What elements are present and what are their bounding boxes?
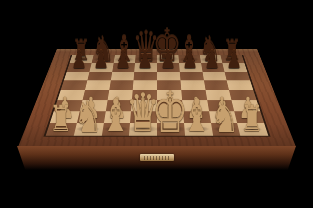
piece-black-pawn-a7[interactable]: ♟︎ [71,48,87,73]
piece-black-pawn-e7[interactable]: ♟︎ [160,48,176,73]
square-h5[interactable] [226,80,252,90]
piece-white-rook-h1[interactable]: ♜︎ [240,101,263,137]
piece-black-pawn-d7[interactable]: ♟︎ [137,48,153,73]
board-front-edge [17,146,296,170]
piece-white-rook-a1[interactable]: ♜︎ [49,101,72,137]
brand-plaque [140,154,174,161]
piece-black-pawn-f7[interactable]: ♟︎ [182,48,198,73]
piece-white-bishop-f1[interactable]: ♝︎ [183,93,212,139]
piece-black-pawn-h7[interactable]: ♟︎ [226,48,242,73]
piece-black-pawn-c7[interactable]: ♟︎ [115,48,131,73]
chess-photo-scene: ♜︎♞︎♝︎♛︎♚︎♝︎♞︎♜︎♟︎♟︎♟︎♟︎♟︎♟︎♟︎♟︎♟︎♟︎♟︎♟︎… [0,0,313,208]
piece-black-pawn-b7[interactable]: ♟︎ [93,48,109,73]
square-a5[interactable] [60,80,86,90]
piece-white-knight-g1[interactable]: ♞︎ [211,95,239,139]
piece-white-knight-b1[interactable]: ♞︎ [74,95,102,139]
piece-black-pawn-g7[interactable]: ♟︎ [204,48,220,73]
